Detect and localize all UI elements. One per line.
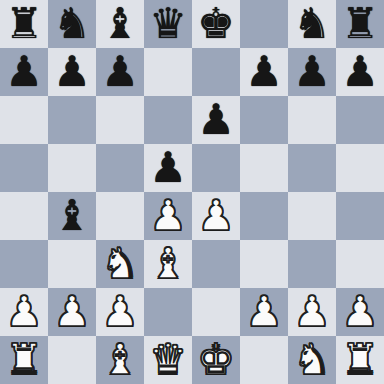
square-d7[interactable] <box>144 48 192 96</box>
piece-black-bishop[interactable]: ♝ <box>53 192 91 240</box>
piece-white-pawn[interactable]: ♟ <box>293 288 331 336</box>
piece-black-pawn[interactable]: ♟ <box>5 48 43 96</box>
piece-white-knight[interactable]: ♞ <box>101 240 139 288</box>
piece-white-pawn[interactable]: ♟ <box>245 288 283 336</box>
piece-white-pawn[interactable]: ♟ <box>197 192 235 240</box>
piece-black-king[interactable]: ♚ <box>197 0 235 48</box>
square-a2[interactable]: ♟ <box>0 288 48 336</box>
square-d3[interactable]: ♝ <box>144 240 192 288</box>
square-d6[interactable] <box>144 96 192 144</box>
square-g5[interactable] <box>288 144 336 192</box>
square-c3[interactable]: ♞ <box>96 240 144 288</box>
square-g6[interactable] <box>288 96 336 144</box>
square-f3[interactable] <box>240 240 288 288</box>
piece-white-rook[interactable]: ♜ <box>341 336 379 384</box>
square-e8[interactable]: ♚ <box>192 0 240 48</box>
piece-black-pawn[interactable]: ♟ <box>197 96 235 144</box>
square-g4[interactable] <box>288 192 336 240</box>
square-d2[interactable] <box>144 288 192 336</box>
square-h8[interactable]: ♜ <box>336 0 384 48</box>
square-c4[interactable] <box>96 192 144 240</box>
piece-white-queen[interactable]: ♛ <box>149 336 187 384</box>
square-f6[interactable] <box>240 96 288 144</box>
square-f5[interactable] <box>240 144 288 192</box>
square-d5[interactable]: ♟ <box>144 144 192 192</box>
square-a6[interactable] <box>0 96 48 144</box>
square-e1[interactable]: ♚ <box>192 336 240 384</box>
chess-board: ♜♞♝♛♚♞♜♟♟♟♟♟♟♟♟♝♟♟♞♝♟♟♟♟♟♟♜♝♛♚♞♜ <box>0 0 384 384</box>
piece-white-pawn[interactable]: ♟ <box>53 288 91 336</box>
piece-white-bishop[interactable]: ♝ <box>149 240 187 288</box>
square-f7[interactable]: ♟ <box>240 48 288 96</box>
square-e5[interactable] <box>192 144 240 192</box>
square-d8[interactable]: ♛ <box>144 0 192 48</box>
square-c7[interactable]: ♟ <box>96 48 144 96</box>
piece-black-pawn[interactable]: ♟ <box>293 48 331 96</box>
square-a8[interactable]: ♜ <box>0 0 48 48</box>
piece-black-pawn[interactable]: ♟ <box>53 48 91 96</box>
piece-black-pawn[interactable]: ♟ <box>149 144 187 192</box>
piece-black-knight[interactable]: ♞ <box>53 0 91 48</box>
square-b3[interactable] <box>48 240 96 288</box>
piece-white-knight[interactable]: ♞ <box>293 336 331 384</box>
square-d1[interactable]: ♛ <box>144 336 192 384</box>
square-c5[interactable] <box>96 144 144 192</box>
square-b4[interactable]: ♝ <box>48 192 96 240</box>
square-f1[interactable] <box>240 336 288 384</box>
piece-white-pawn[interactable]: ♟ <box>341 288 379 336</box>
piece-black-rook[interactable]: ♜ <box>341 0 379 48</box>
square-h3[interactable] <box>336 240 384 288</box>
piece-black-knight[interactable]: ♞ <box>293 0 331 48</box>
piece-white-king[interactable]: ♚ <box>197 336 235 384</box>
square-g3[interactable] <box>288 240 336 288</box>
piece-white-rook[interactable]: ♜ <box>5 336 43 384</box>
piece-black-queen[interactable]: ♛ <box>149 0 187 48</box>
square-b2[interactable]: ♟ <box>48 288 96 336</box>
piece-white-pawn[interactable]: ♟ <box>149 192 187 240</box>
square-c8[interactable]: ♝ <box>96 0 144 48</box>
square-e7[interactable] <box>192 48 240 96</box>
piece-black-pawn[interactable]: ♟ <box>101 48 139 96</box>
square-a7[interactable]: ♟ <box>0 48 48 96</box>
square-g2[interactable]: ♟ <box>288 288 336 336</box>
square-f4[interactable] <box>240 192 288 240</box>
square-b6[interactable] <box>48 96 96 144</box>
square-h2[interactable]: ♟ <box>336 288 384 336</box>
square-a3[interactable] <box>0 240 48 288</box>
square-e4[interactable]: ♟ <box>192 192 240 240</box>
square-a1[interactable]: ♜ <box>0 336 48 384</box>
square-f8[interactable] <box>240 0 288 48</box>
piece-black-pawn[interactable]: ♟ <box>245 48 283 96</box>
square-h1[interactable]: ♜ <box>336 336 384 384</box>
piece-black-bishop[interactable]: ♝ <box>101 0 139 48</box>
square-g1[interactable]: ♞ <box>288 336 336 384</box>
piece-black-pawn[interactable]: ♟ <box>341 48 379 96</box>
square-d4[interactable]: ♟ <box>144 192 192 240</box>
square-g8[interactable]: ♞ <box>288 0 336 48</box>
square-e2[interactable] <box>192 288 240 336</box>
square-h5[interactable] <box>336 144 384 192</box>
square-c6[interactable] <box>96 96 144 144</box>
piece-white-pawn[interactable]: ♟ <box>5 288 43 336</box>
square-a5[interactable] <box>0 144 48 192</box>
square-h4[interactable] <box>336 192 384 240</box>
square-e3[interactable] <box>192 240 240 288</box>
square-a4[interactable] <box>0 192 48 240</box>
square-b7[interactable]: ♟ <box>48 48 96 96</box>
piece-black-rook[interactable]: ♜ <box>5 0 43 48</box>
square-b5[interactable] <box>48 144 96 192</box>
square-c2[interactable]: ♟ <box>96 288 144 336</box>
square-e6[interactable]: ♟ <box>192 96 240 144</box>
square-h7[interactable]: ♟ <box>336 48 384 96</box>
square-c1[interactable]: ♝ <box>96 336 144 384</box>
square-g7[interactable]: ♟ <box>288 48 336 96</box>
square-f2[interactable]: ♟ <box>240 288 288 336</box>
square-h6[interactable] <box>336 96 384 144</box>
square-b1[interactable] <box>48 336 96 384</box>
square-b8[interactable]: ♞ <box>48 0 96 48</box>
piece-white-bishop[interactable]: ♝ <box>101 336 139 384</box>
piece-white-pawn[interactable]: ♟ <box>101 288 139 336</box>
